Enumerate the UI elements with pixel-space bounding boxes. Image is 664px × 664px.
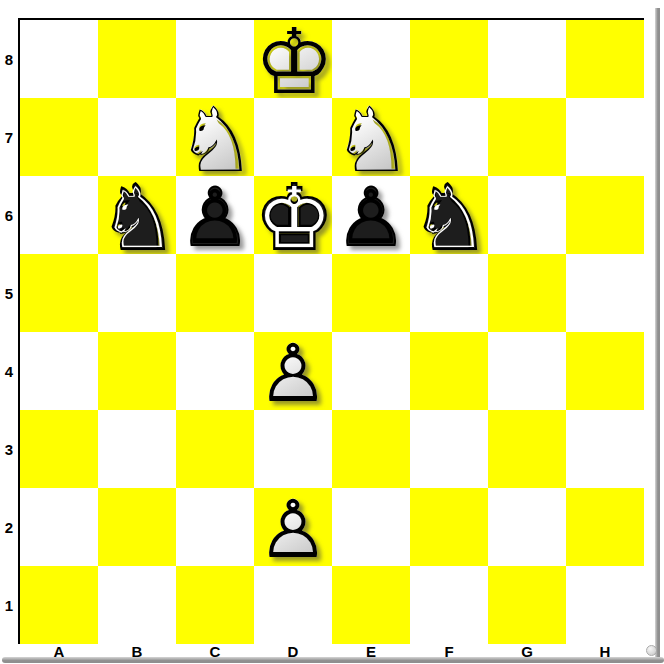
square-f1[interactable]: [410, 566, 488, 644]
rank-label-2: 2: [0, 488, 18, 566]
square-c4[interactable]: [176, 332, 254, 410]
square-h2[interactable]: [566, 488, 644, 566]
rank-labels: 87654321: [0, 20, 18, 644]
rank-label-7: 7: [0, 98, 18, 176]
square-b3[interactable]: [98, 410, 176, 488]
square-g4[interactable]: [488, 332, 566, 410]
square-b6[interactable]: ♞♘: [98, 176, 176, 254]
square-e3[interactable]: [332, 410, 410, 488]
square-d5[interactable]: [254, 254, 332, 332]
white-pawn[interactable]: ♟♙: [254, 488, 332, 566]
square-b2[interactable]: [98, 488, 176, 566]
square-b5[interactable]: [98, 254, 176, 332]
square-a7[interactable]: [20, 98, 98, 176]
square-e6[interactable]: ♟♙: [332, 176, 410, 254]
square-e4[interactable]: [332, 332, 410, 410]
square-a8[interactable]: [20, 20, 98, 98]
white-pawn-outline-icon: ♙: [257, 335, 329, 413]
square-f6[interactable]: ♞♘: [410, 176, 488, 254]
square-c2[interactable]: [176, 488, 254, 566]
square-f4[interactable]: [410, 332, 488, 410]
black-king[interactable]: ♚♔: [254, 176, 332, 254]
square-a1[interactable]: [20, 566, 98, 644]
white-knight-outline-icon: ♘: [332, 101, 413, 179]
square-g1[interactable]: [488, 566, 566, 644]
rank-label-6: 6: [0, 176, 18, 254]
square-c3[interactable]: [176, 410, 254, 488]
board-frame: ♚♔♞♘♞♘♞♘♟♙♚♔♟♙♞♘♟♙♟♙: [18, 18, 644, 644]
white-king[interactable]: ♚♔: [254, 20, 332, 98]
square-c7[interactable]: ♞♘: [176, 98, 254, 176]
white-knight[interactable]: ♞♘: [332, 98, 410, 176]
horizontal-scrollbar[interactable]: [2, 657, 664, 663]
black-knight-outline-icon: ♘: [413, 182, 488, 255]
square-a2[interactable]: [20, 488, 98, 566]
square-h5[interactable]: [566, 254, 644, 332]
square-d8[interactable]: ♚♔: [254, 20, 332, 98]
square-b8[interactable]: [98, 20, 176, 98]
square-b4[interactable]: [98, 332, 176, 410]
black-pawn[interactable]: ♟♙: [332, 176, 410, 254]
rank-label-5: 5: [0, 254, 18, 332]
square-g6[interactable]: [488, 176, 566, 254]
square-a3[interactable]: [20, 410, 98, 488]
square-e1[interactable]: [332, 566, 410, 644]
square-d2[interactable]: ♟♙: [254, 488, 332, 566]
square-c5[interactable]: [176, 254, 254, 332]
square-e2[interactable]: [332, 488, 410, 566]
square-h1[interactable]: [566, 566, 644, 644]
square-g3[interactable]: [488, 410, 566, 488]
square-c6[interactable]: ♟♙: [176, 176, 254, 254]
black-knight[interactable]: ♞♘: [410, 176, 488, 254]
square-h4[interactable]: [566, 332, 644, 410]
square-d4[interactable]: ♟♙: [254, 332, 332, 410]
square-f3[interactable]: [410, 410, 488, 488]
square-h7[interactable]: [566, 98, 644, 176]
square-a5[interactable]: [20, 254, 98, 332]
corner-gripper[interactable]: [646, 645, 657, 656]
square-h6[interactable]: [566, 176, 644, 254]
rank-label-3: 3: [0, 410, 18, 488]
white-knight[interactable]: ♞♘: [176, 98, 254, 176]
square-d3[interactable]: [254, 410, 332, 488]
square-a6[interactable]: [20, 176, 98, 254]
rank-label-4: 4: [0, 332, 18, 410]
square-f5[interactable]: [410, 254, 488, 332]
square-f2[interactable]: [410, 488, 488, 566]
square-h3[interactable]: [566, 410, 644, 488]
black-knight[interactable]: ♞♘: [98, 176, 176, 254]
black-pawn-outline-icon: ♙: [338, 182, 405, 255]
square-g7[interactable]: [488, 98, 566, 176]
rank-label-8: 8: [0, 20, 18, 98]
board: ♚♔♞♘♞♘♞♘♟♙♚♔♟♙♞♘♟♙♟♙: [20, 20, 644, 644]
chess-applet: 87654321 ♚♔♞♘♞♘♞♘♟♙♚♔♟♙♞♘♟♙♟♙ ABCDEFGH: [0, 0, 664, 664]
square-g5[interactable]: [488, 254, 566, 332]
square-b1[interactable]: [98, 566, 176, 644]
square-e7[interactable]: ♞♘: [332, 98, 410, 176]
vertical-scrollbar[interactable]: [655, 8, 660, 663]
square-d6[interactable]: ♚♔: [254, 176, 332, 254]
black-pawn[interactable]: ♟♙: [176, 176, 254, 254]
square-h8[interactable]: [566, 20, 644, 98]
black-king-outline-icon: ♔: [257, 182, 332, 255]
white-king-outline-icon: ♔: [254, 23, 335, 101]
white-knight-outline-icon: ♘: [176, 101, 257, 179]
square-f8[interactable]: [410, 20, 488, 98]
square-g2[interactable]: [488, 488, 566, 566]
square-d1[interactable]: [254, 566, 332, 644]
square-e5[interactable]: [332, 254, 410, 332]
square-g8[interactable]: [488, 20, 566, 98]
square-c1[interactable]: [176, 566, 254, 644]
black-knight-outline-icon: ♘: [101, 182, 176, 255]
white-pawn-outline-icon: ♙: [257, 491, 329, 569]
rank-label-1: 1: [0, 566, 18, 644]
square-a4[interactable]: [20, 332, 98, 410]
black-pawn-outline-icon: ♙: [182, 182, 249, 255]
white-pawn[interactable]: ♟♙: [254, 332, 332, 410]
